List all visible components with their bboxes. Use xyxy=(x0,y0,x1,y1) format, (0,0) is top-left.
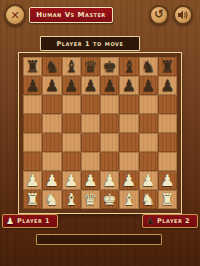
square-e1[interactable]: ♚ xyxy=(100,190,119,209)
piece-black-queen[interactable]: ♛ xyxy=(83,59,97,75)
player2-label: Player 2 xyxy=(157,217,190,225)
piece-white-bishop[interactable]: ♝ xyxy=(122,192,136,208)
board-frame: ♜♞♝♛♚♝♞♜♟♟♟♟♟♟♟♟♟♟♟♟♟♟♟♟♜♞♝♛♚♝♞♜ xyxy=(19,53,181,213)
square-c6[interactable] xyxy=(62,95,81,114)
player1-badge: ♟ Player 1 xyxy=(2,214,58,228)
piece-black-rook[interactable]: ♜ xyxy=(25,59,39,75)
square-b2[interactable]: ♟ xyxy=(42,171,61,190)
square-d5[interactable] xyxy=(81,114,100,133)
square-b6[interactable] xyxy=(42,95,61,114)
piece-black-rook[interactable]: ♜ xyxy=(160,59,174,75)
square-g7[interactable]: ♟ xyxy=(139,76,158,95)
square-d6[interactable] xyxy=(81,95,100,114)
square-d2[interactable]: ♟ xyxy=(81,171,100,190)
square-a5[interactable] xyxy=(23,114,42,133)
square-f5[interactable] xyxy=(119,114,138,133)
sound-icon xyxy=(177,9,189,21)
square-h2[interactable]: ♟ xyxy=(158,171,177,190)
player1-label: Player 1 xyxy=(17,217,50,225)
square-f2[interactable]: ♟ xyxy=(119,171,138,190)
square-e6[interactable] xyxy=(100,95,119,114)
square-h7[interactable]: ♟ xyxy=(158,76,177,95)
piece-white-pawn[interactable]: ♟ xyxy=(45,173,59,189)
piece-black-pawn[interactable]: ♟ xyxy=(141,78,155,94)
square-f4[interactable] xyxy=(119,133,138,152)
square-g5[interactable] xyxy=(139,114,158,133)
square-g3[interactable] xyxy=(139,152,158,171)
square-c5[interactable] xyxy=(62,114,81,133)
square-d3[interactable] xyxy=(81,152,100,171)
piece-black-pawn[interactable]: ♟ xyxy=(83,78,97,94)
square-b4[interactable] xyxy=(42,133,61,152)
white-pawn-icon: ♟ xyxy=(6,217,14,226)
chess-board: ♜♞♝♛♚♝♞♜♟♟♟♟♟♟♟♟♟♟♟♟♟♟♟♟♜♞♝♛♚♝♞♜ xyxy=(23,57,177,209)
close-icon: ✕ xyxy=(10,10,19,21)
piece-white-knight[interactable]: ♞ xyxy=(45,192,59,208)
square-d4[interactable] xyxy=(81,133,100,152)
square-a6[interactable] xyxy=(23,95,42,114)
square-c7[interactable]: ♟ xyxy=(62,76,81,95)
piece-black-pawn[interactable]: ♟ xyxy=(122,78,136,94)
square-b1[interactable]: ♞ xyxy=(42,190,61,209)
square-g8[interactable]: ♞ xyxy=(139,57,158,76)
square-e4[interactable] xyxy=(100,133,119,152)
square-a1[interactable]: ♜ xyxy=(23,190,42,209)
piece-white-queen[interactable]: ♛ xyxy=(83,192,97,208)
square-d7[interactable]: ♟ xyxy=(81,76,100,95)
square-b5[interactable] xyxy=(42,114,61,133)
player2-badge: ♟ Player 2 xyxy=(142,214,198,228)
piece-black-king[interactable]: ♚ xyxy=(102,59,116,75)
square-h4[interactable] xyxy=(158,133,177,152)
square-c1[interactable]: ♝ xyxy=(62,190,81,209)
square-h3[interactable] xyxy=(158,152,177,171)
black-pawn-icon: ♟ xyxy=(146,217,154,226)
undo-button[interactable]: ↺ xyxy=(149,5,169,25)
turn-indicator-text: Player 1 to move xyxy=(56,40,123,48)
piece-white-pawn[interactable]: ♟ xyxy=(83,173,97,189)
piece-white-pawn[interactable]: ♟ xyxy=(102,173,116,189)
piece-black-knight[interactable]: ♞ xyxy=(141,59,155,75)
square-f7[interactable]: ♟ xyxy=(119,76,138,95)
square-c2[interactable]: ♟ xyxy=(62,171,81,190)
piece-black-bishop[interactable]: ♝ xyxy=(64,59,78,75)
piece-black-knight[interactable]: ♞ xyxy=(45,59,59,75)
piece-black-pawn[interactable]: ♟ xyxy=(160,78,174,94)
square-e3[interactable] xyxy=(100,152,119,171)
square-h6[interactable] xyxy=(158,95,177,114)
square-b8[interactable]: ♞ xyxy=(42,57,61,76)
square-h5[interactable] xyxy=(158,114,177,133)
square-e5[interactable] xyxy=(100,114,119,133)
piece-black-pawn[interactable]: ♟ xyxy=(45,78,59,94)
piece-white-king[interactable]: ♚ xyxy=(102,192,116,208)
game-title-banner: Human Vs Master xyxy=(29,7,113,23)
square-a7[interactable]: ♟ xyxy=(23,76,42,95)
square-a4[interactable] xyxy=(23,133,42,152)
piece-black-bishop[interactable]: ♝ xyxy=(122,59,136,75)
square-c3[interactable] xyxy=(62,152,81,171)
piece-white-knight[interactable]: ♞ xyxy=(141,192,155,208)
chess-app: ✕ Human Vs Master ↺ Player 1 to move ♜♞♝… xyxy=(0,0,200,266)
square-d8[interactable]: ♛ xyxy=(81,57,100,76)
square-g2[interactable]: ♟ xyxy=(139,171,158,190)
piece-white-rook[interactable]: ♜ xyxy=(25,192,39,208)
turn-indicator: Player 1 to move xyxy=(40,36,140,51)
piece-black-pawn[interactable]: ♟ xyxy=(64,78,78,94)
square-f6[interactable] xyxy=(119,95,138,114)
square-b3[interactable] xyxy=(42,152,61,171)
game-title: Human Vs Master xyxy=(36,11,105,19)
piece-white-pawn[interactable]: ♟ xyxy=(141,173,155,189)
square-e2[interactable]: ♟ xyxy=(100,171,119,190)
square-a3[interactable] xyxy=(23,152,42,171)
square-c4[interactable] xyxy=(62,133,81,152)
piece-white-bishop[interactable]: ♝ xyxy=(64,192,78,208)
undo-icon: ↺ xyxy=(154,8,164,20)
square-f3[interactable] xyxy=(119,152,138,171)
square-b7[interactable]: ♟ xyxy=(42,76,61,95)
close-button[interactable]: ✕ xyxy=(4,4,26,26)
square-a2[interactable]: ♟ xyxy=(23,171,42,190)
square-f1[interactable]: ♝ xyxy=(119,190,138,209)
square-h1[interactable]: ♜ xyxy=(158,190,177,209)
piece-white-rook[interactable]: ♜ xyxy=(160,192,174,208)
piece-white-pawn[interactable]: ♟ xyxy=(160,173,174,189)
square-e8[interactable]: ♚ xyxy=(100,57,119,76)
square-f8[interactable]: ♝ xyxy=(119,57,138,76)
piece-black-pawn[interactable]: ♟ xyxy=(25,78,39,94)
square-g4[interactable] xyxy=(139,133,158,152)
square-d1[interactable]: ♛ xyxy=(81,190,100,209)
square-a8[interactable]: ♜ xyxy=(23,57,42,76)
square-g1[interactable]: ♞ xyxy=(139,190,158,209)
piece-white-pawn[interactable]: ♟ xyxy=(64,173,78,189)
piece-black-pawn[interactable]: ♟ xyxy=(102,78,116,94)
square-e7[interactable]: ♟ xyxy=(100,76,119,95)
sound-button[interactable] xyxy=(173,5,193,25)
piece-white-pawn[interactable]: ♟ xyxy=(122,173,136,189)
square-c8[interactable]: ♝ xyxy=(62,57,81,76)
square-h8[interactable]: ♜ xyxy=(158,57,177,76)
piece-white-pawn[interactable]: ♟ xyxy=(25,173,39,189)
move-history-panel xyxy=(36,234,162,245)
square-g6[interactable] xyxy=(139,95,158,114)
